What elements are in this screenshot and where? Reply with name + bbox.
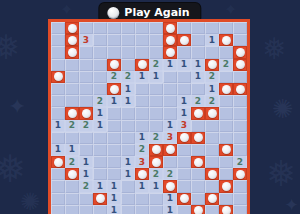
cell-r5-c1[interactable] [65, 83, 79, 95]
cell-r11-c7[interactable] [149, 156, 163, 168]
cell-r10-c0[interactable]: 1 [51, 144, 65, 156]
cell-r13-c11[interactable] [205, 180, 219, 192]
cell-r9-c0[interactable] [51, 132, 65, 144]
cell-r15-c5[interactable] [121, 205, 135, 214]
cell-r7-c13[interactable] [233, 107, 247, 119]
cell-r7-c11[interactable] [205, 107, 219, 119]
mine-icon [68, 36, 77, 45]
cell-r14-c7[interactable] [149, 193, 163, 205]
cell-r2-c10[interactable] [191, 46, 205, 58]
cell-r11-c8[interactable] [163, 156, 177, 168]
mine-icon [110, 60, 119, 69]
cell-r1-c4[interactable] [107, 34, 121, 46]
cell-r4-c12[interactable] [219, 71, 233, 83]
cell-r6-c11[interactable]: 2 [205, 95, 219, 107]
cell-r3-c10[interactable]: 1 [191, 59, 205, 71]
cell-r15-c2[interactable] [79, 205, 93, 214]
mine-icon [222, 36, 231, 45]
cell-r12-c12[interactable] [219, 168, 233, 180]
cell-r1-c6[interactable] [135, 34, 149, 46]
cell-r4-c2[interactable] [79, 71, 93, 83]
cell-r8-c0[interactable]: 1 [51, 120, 65, 132]
cell-r3-c0[interactable] [51, 59, 65, 71]
cell-r15-c7[interactable] [149, 205, 163, 214]
cell-r12-c7[interactable]: 2 [149, 168, 163, 180]
mine-icon [110, 85, 119, 94]
cell-r11-c0[interactable] [51, 156, 65, 168]
mine-ball-icon [107, 7, 119, 19]
cell-r0-c8[interactable] [163, 22, 177, 34]
mine-icon [208, 170, 217, 179]
cell-r8-c9[interactable]: 3 [177, 120, 191, 132]
cell-r10-c3[interactable] [93, 144, 107, 156]
mine-icon [194, 206, 203, 214]
cell-r2-c11[interactable] [205, 46, 219, 58]
mine-icon [236, 48, 245, 57]
cell-r14-c12[interactable] [219, 193, 233, 205]
cell-r3-c9[interactable]: 1 [177, 59, 191, 71]
cell-r0-c13[interactable] [233, 22, 247, 34]
snowflake-motif: ❅ [262, 34, 287, 64]
snowflake-motif: ✦ [224, 2, 237, 18]
cell-r10-c9[interactable] [177, 144, 191, 156]
mine-icon [222, 145, 231, 154]
cell-r0-c5[interactable] [121, 22, 135, 34]
mine-icon [222, 85, 231, 94]
cell-r2-c13[interactable] [233, 46, 247, 58]
mine-icon [138, 170, 147, 179]
cell-r7-c6[interactable] [135, 107, 149, 119]
cell-r1-c2[interactable]: 3 [79, 34, 93, 46]
cell-r5-c10[interactable] [191, 83, 205, 95]
snowflake-motif: ❅ [266, 156, 296, 192]
cell-r9-c6[interactable]: 1 [135, 132, 149, 144]
cell-r10-c1[interactable]: 1 [65, 144, 79, 156]
cell-r6-c6[interactable] [135, 95, 149, 107]
cell-r13-c5[interactable] [121, 180, 135, 192]
cell-r10-c13[interactable] [233, 144, 247, 156]
cell-r2-c2[interactable] [79, 46, 93, 58]
cell-r5-c11[interactable]: 1 [205, 83, 219, 95]
cell-r1-c9[interactable] [177, 34, 191, 46]
cell-r6-c3[interactable]: 2 [93, 95, 107, 107]
cell-r9-c11[interactable] [205, 132, 219, 144]
cell-r3-c3[interactable] [93, 59, 107, 71]
cell-r3-c1[interactable] [65, 59, 79, 71]
cell-r11-c10[interactable] [191, 156, 205, 168]
mine-icon [236, 60, 245, 69]
cell-r14-c2[interactable] [79, 193, 93, 205]
cell-r8-c1[interactable]: 2 [65, 120, 79, 132]
cell-r9-c8[interactable]: 3 [163, 132, 177, 144]
cell-r14-c13[interactable] [233, 193, 247, 205]
cell-r12-c3[interactable] [93, 168, 107, 180]
cell-r15-c11[interactable] [205, 205, 219, 214]
cell-r11-c12[interactable] [219, 156, 233, 168]
cell-r12-c8[interactable]: 2 [163, 168, 177, 180]
cell-r5-c13[interactable] [233, 83, 247, 95]
minesweeper-app: ❅✦❅✺❅✺❅✦✦✦ Play Again 312111222111211211… [0, 0, 300, 214]
cell-r10-c7[interactable] [149, 144, 163, 156]
cell-r5-c4[interactable] [107, 83, 121, 95]
cell-r2-c12[interactable] [219, 46, 233, 58]
cell-r4-c0[interactable] [51, 71, 65, 83]
cell-r6-c9[interactable]: 1 [177, 95, 191, 107]
cell-r0-c0[interactable] [51, 22, 65, 34]
cell-r2-c3[interactable] [93, 46, 107, 58]
cell-r3-c8[interactable]: 1 [163, 59, 177, 71]
cell-r14-c11[interactable] [205, 193, 219, 205]
cell-r8-c11[interactable] [205, 120, 219, 132]
cell-r9-c9[interactable] [177, 132, 191, 144]
mine-icon [222, 206, 231, 214]
cell-r9-c1[interactable] [65, 132, 79, 144]
cell-r8-c4[interactable] [107, 120, 121, 132]
cell-r15-c13[interactable] [233, 205, 247, 214]
mine-icon [180, 36, 189, 45]
cell-r6-c1[interactable] [65, 95, 79, 107]
cell-r14-c1[interactable] [65, 193, 79, 205]
cell-r10-c6[interactable]: 2 [135, 144, 149, 156]
cell-r9-c5[interactable] [121, 132, 135, 144]
mine-icon [236, 85, 245, 94]
cell-r4-c10[interactable]: 1 [191, 71, 205, 83]
mine-icon [194, 158, 203, 167]
cell-r13-c8[interactable] [163, 180, 177, 192]
mine-icon [54, 158, 63, 167]
cell-r3-c11[interactable] [205, 59, 219, 71]
cell-r7-c5[interactable] [121, 107, 135, 119]
cell-r6-c13[interactable] [233, 95, 247, 107]
cell-r7-c0[interactable] [51, 107, 65, 119]
cell-r4-c7[interactable]: 1 [149, 71, 163, 83]
mine-icon [54, 72, 63, 81]
cell-r1-c0[interactable] [51, 34, 65, 46]
mine-icon [180, 133, 189, 142]
cell-r11-c6[interactable]: 3 [135, 156, 149, 168]
cell-r7-c8[interactable] [163, 107, 177, 119]
cell-r1-c3[interactable] [93, 34, 107, 46]
cell-r0-c9[interactable] [177, 22, 191, 34]
cell-r12-c5[interactable]: 1 [121, 168, 135, 180]
cell-r10-c8[interactable] [163, 144, 177, 156]
cell-r15-c1[interactable] [65, 205, 79, 214]
cell-r4-c8[interactable] [163, 71, 177, 83]
mine-icon [194, 133, 203, 142]
cell-r0-c7[interactable] [149, 22, 163, 34]
cell-r14-c0[interactable] [51, 193, 65, 205]
cell-r10-c12[interactable] [219, 144, 233, 156]
cell-r15-c9[interactable] [177, 205, 191, 214]
cell-r10-c10[interactable] [191, 144, 205, 156]
mine-icon [180, 194, 189, 203]
snowflake-motif: ❅ [0, 150, 26, 188]
cell-r5-c3[interactable] [93, 83, 107, 95]
cell-r8-c3[interactable]: 1 [93, 120, 107, 132]
cell-r13-c12[interactable] [219, 180, 233, 192]
cell-r13-c0[interactable] [51, 180, 65, 192]
cell-r11-c5[interactable]: 1 [121, 156, 135, 168]
cell-r5-c0[interactable] [51, 83, 65, 95]
cell-r2-c1[interactable] [65, 46, 79, 58]
cell-r11-c4[interactable] [107, 156, 121, 168]
cell-r3-c7[interactable]: 2 [149, 59, 163, 71]
cell-r4-c9[interactable] [177, 71, 191, 83]
cell-r7-c3[interactable]: 1 [93, 107, 107, 119]
cell-r12-c11[interactable] [205, 168, 219, 180]
mine-icon [166, 145, 175, 154]
cell-r6-c8[interactable] [163, 95, 177, 107]
minesweeper-board: 3121112221112112111221112211312311221132… [48, 19, 250, 214]
mine-icon [208, 194, 217, 203]
cell-r15-c10[interactable] [191, 205, 205, 214]
mine-icon [68, 48, 77, 57]
cell-r4-c3[interactable] [93, 71, 107, 83]
cell-r11-c11[interactable] [205, 156, 219, 168]
cell-r4-c13[interactable] [233, 71, 247, 83]
cell-r1-c10[interactable] [191, 34, 205, 46]
cell-r13-c1[interactable] [65, 180, 79, 192]
cell-r7-c4[interactable] [107, 107, 121, 119]
cell-r4-c6[interactable]: 1 [135, 71, 149, 83]
cell-r12-c10[interactable] [191, 168, 205, 180]
cell-r1-c12[interactable] [219, 34, 233, 46]
cell-r13-c7[interactable]: 1 [149, 180, 163, 192]
cell-r0-c4[interactable] [107, 22, 121, 34]
cell-r13-c4[interactable]: 1 [107, 180, 121, 192]
cell-r9-c10[interactable] [191, 132, 205, 144]
cell-r13-c2[interactable]: 2 [79, 180, 93, 192]
mine-icon [194, 109, 203, 118]
cell-r5-c7[interactable] [149, 83, 163, 95]
cell-r7-c12[interactable] [219, 107, 233, 119]
snowflake-motif: ✦ [8, 96, 26, 118]
cell-r0-c1[interactable] [65, 22, 79, 34]
cell-r12-c1[interactable] [65, 168, 79, 180]
cell-r11-c1[interactable]: 2 [65, 156, 79, 168]
cell-r10-c5[interactable] [121, 144, 135, 156]
cell-r6-c7[interactable] [149, 95, 163, 107]
cell-r6-c5[interactable]: 1 [121, 95, 135, 107]
cell-r7-c10[interactable] [191, 107, 205, 119]
snowflake-motif: ✺ [272, 96, 294, 122]
mine-icon [68, 109, 77, 118]
cell-r13-c13[interactable] [233, 180, 247, 192]
cell-r3-c2[interactable] [79, 59, 93, 71]
cell-r6-c0[interactable] [51, 95, 65, 107]
cell-r1-c13[interactable] [233, 34, 247, 46]
cell-r8-c10[interactable] [191, 120, 205, 132]
mine-icon [68, 24, 77, 33]
cell-r6-c10[interactable]: 2 [191, 95, 205, 107]
cell-r15-c4[interactable]: 1 [107, 205, 121, 214]
cell-r2-c8[interactable] [163, 46, 177, 58]
cell-r13-c9[interactable] [177, 180, 191, 192]
cell-r3-c12[interactable]: 2 [219, 59, 233, 71]
cell-r9-c4[interactable] [107, 132, 121, 144]
cell-r3-c13[interactable] [233, 59, 247, 71]
cell-r8-c6[interactable] [135, 120, 149, 132]
cell-r2-c9[interactable] [177, 46, 191, 58]
cell-r1-c7[interactable] [149, 34, 163, 46]
cell-r8-c13[interactable] [233, 120, 247, 132]
cell-r10-c4[interactable] [107, 144, 121, 156]
cell-r15-c8[interactable]: 1 [163, 205, 177, 214]
cell-r12-c13[interactable] [233, 168, 247, 180]
cell-r15-c3[interactable] [93, 205, 107, 214]
cell-r11-c13[interactable]: 2 [233, 156, 247, 168]
mine-icon [96, 194, 105, 203]
cell-r3-c6[interactable] [135, 59, 149, 71]
cell-r3-c5[interactable] [121, 59, 135, 71]
cell-r9-c2[interactable] [79, 132, 93, 144]
mine-icon [166, 36, 175, 45]
snowflake-motif: ❅ [0, 30, 21, 64]
mine-icon [236, 170, 245, 179]
cell-r1-c11[interactable]: 1 [205, 34, 219, 46]
cell-r11-c9[interactable] [177, 156, 191, 168]
cell-r5-c8[interactable] [163, 83, 177, 95]
cell-r1-c8[interactable] [163, 34, 177, 46]
cell-r3-c4[interactable] [107, 59, 121, 71]
cell-r9-c7[interactable]: 2 [149, 132, 163, 144]
cell-r8-c5[interactable] [121, 120, 135, 132]
cell-r5-c9[interactable] [177, 83, 191, 95]
cell-r2-c6[interactable] [135, 46, 149, 58]
mine-icon [222, 182, 231, 191]
cell-r0-c10[interactable] [191, 22, 205, 34]
cell-r10-c2[interactable] [79, 144, 93, 156]
cell-r9-c3[interactable] [93, 132, 107, 144]
cell-r12-c4[interactable] [107, 168, 121, 180]
cell-r13-c6[interactable]: 1 [135, 180, 149, 192]
cell-r0-c11[interactable] [205, 22, 219, 34]
cell-r2-c7[interactable] [149, 46, 163, 58]
cell-r14-c9[interactable] [177, 193, 191, 205]
mine-icon [166, 48, 175, 57]
cell-r12-c2[interactable]: 1 [79, 168, 93, 180]
cell-r6-c12[interactable] [219, 95, 233, 107]
cell-r11-c3[interactable] [93, 156, 107, 168]
cell-r7-c2[interactable] [79, 107, 93, 119]
snowflake-motif: ✺ [20, 190, 40, 214]
cell-r1-c1[interactable] [65, 34, 79, 46]
cell-r7-c1[interactable] [65, 107, 79, 119]
cell-r14-c5[interactable] [121, 193, 135, 205]
cell-r14-c4[interactable]: 1 [107, 193, 121, 205]
cell-r14-c10[interactable] [191, 193, 205, 205]
mine-icon [208, 60, 217, 69]
mine-icon [166, 182, 175, 191]
cell-r12-c0[interactable] [51, 168, 65, 180]
mine-icon [166, 24, 175, 33]
cell-r2-c0[interactable] [51, 46, 65, 58]
cell-r8-c7[interactable] [149, 120, 163, 132]
cell-r0-c2[interactable] [79, 22, 93, 34]
cell-r9-c13[interactable] [233, 132, 247, 144]
cell-r6-c4[interactable]: 1 [107, 95, 121, 107]
cell-r0-c3[interactable] [93, 22, 107, 34]
mine-icon [68, 170, 77, 179]
play-again-label: Play Again [124, 6, 189, 19]
cell-r7-c7[interactable] [149, 107, 163, 119]
cell-r14-c8[interactable]: 1 [163, 193, 177, 205]
cell-r13-c10[interactable] [191, 180, 205, 192]
mine-icon [82, 109, 91, 118]
cell-r5-c12[interactable] [219, 83, 233, 95]
cell-r0-c12[interactable] [219, 22, 233, 34]
cell-r4-c4[interactable]: 2 [107, 71, 121, 83]
cell-r8-c2[interactable]: 2 [79, 120, 93, 132]
cell-r15-c12[interactable] [219, 205, 233, 214]
cell-r11-c2[interactable]: 1 [79, 156, 93, 168]
cell-r1-c5[interactable] [121, 34, 135, 46]
mine-icon [208, 109, 217, 118]
cell-r2-c4[interactable] [107, 46, 121, 58]
cell-r7-c9[interactable]: 1 [177, 107, 191, 119]
mine-icon [152, 145, 161, 154]
cell-r12-c9[interactable] [177, 168, 191, 180]
cell-r10-c11[interactable] [205, 144, 219, 156]
cell-r13-c3[interactable]: 1 [93, 180, 107, 192]
cell-r9-c12[interactable] [219, 132, 233, 144]
cell-r4-c11[interactable]: 2 [205, 71, 219, 83]
snowflake-motif: ✦ [284, 196, 299, 214]
cell-r12-c6[interactable] [135, 168, 149, 180]
cell-r15-c6[interactable] [135, 205, 149, 214]
cell-r0-c6[interactable] [135, 22, 149, 34]
mine-icon [152, 158, 161, 167]
mine-icon [138, 60, 147, 69]
cell-r8-c8[interactable]: 1 [163, 120, 177, 132]
cell-r14-c3[interactable] [93, 193, 107, 205]
cell-r14-c6[interactable] [135, 193, 149, 205]
cell-r5-c5[interactable]: 1 [121, 83, 135, 95]
cell-r5-c6[interactable] [135, 83, 149, 95]
cell-r4-c5[interactable]: 2 [121, 71, 135, 83]
snowflake-motif: ✦ [60, 2, 73, 18]
cell-r15-c0[interactable] [51, 205, 65, 214]
cell-r6-c2[interactable] [79, 95, 93, 107]
cell-r5-c2[interactable] [79, 83, 93, 95]
cell-r4-c1[interactable] [65, 71, 79, 83]
cell-r8-c12[interactable] [219, 120, 233, 132]
cell-r2-c5[interactable] [121, 46, 135, 58]
